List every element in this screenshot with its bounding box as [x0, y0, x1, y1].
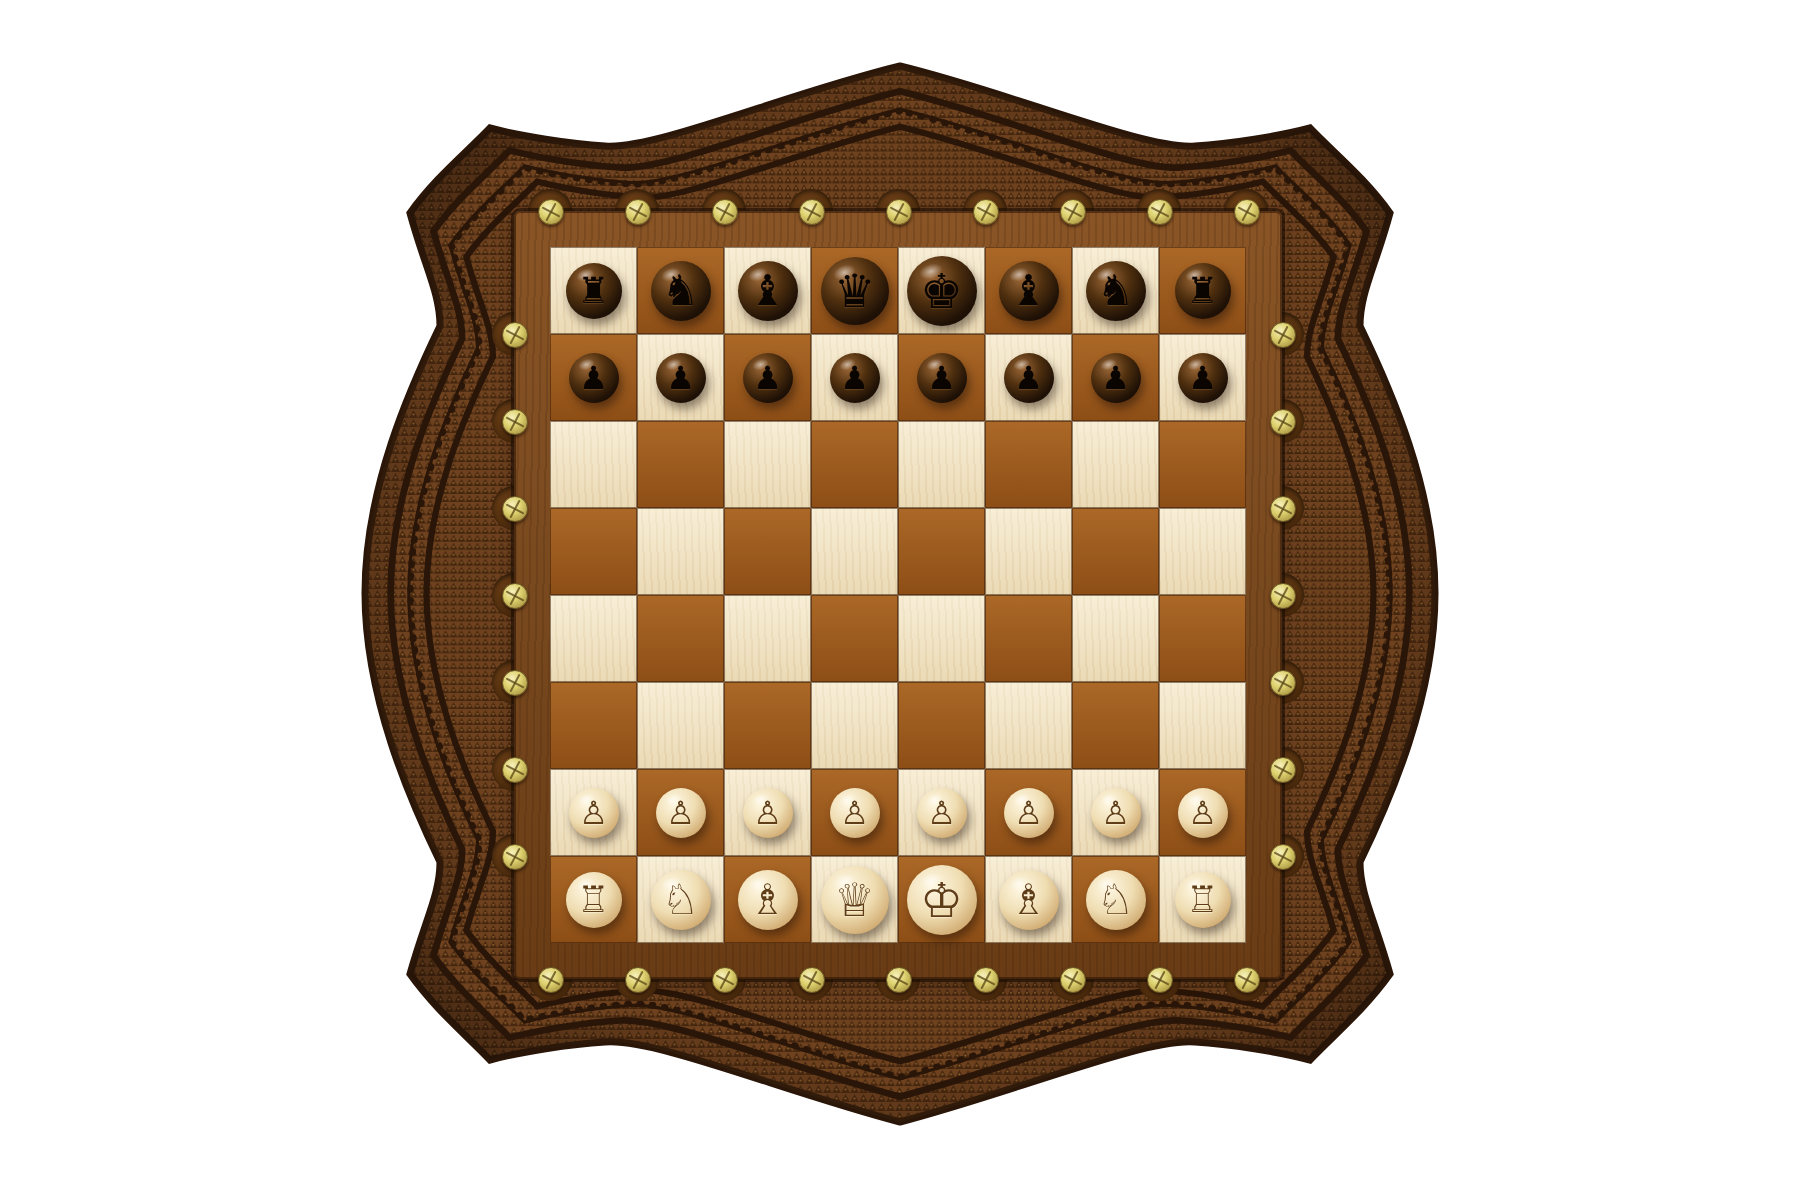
piece-black-pawn[interactable]: ♟ [1004, 353, 1054, 403]
square-a3[interactable] [550, 682, 637, 769]
brass-screw [712, 967, 738, 993]
square-d1[interactable]: ♕ [811, 856, 898, 943]
piece-black-queen[interactable]: ♛ [821, 257, 889, 325]
square-e8[interactable]: ♚ [898, 247, 985, 334]
board-grid: ♜♞♝♛♚♝♞♜♟♟♟♟♟♟♟♟♙♙♙♙♙♙♙♙♖♘♗♕♔♗♘♖ [550, 247, 1246, 943]
piece-white-pawn[interactable]: ♙ [1091, 788, 1141, 838]
pawn-glyph: ♙ [666, 797, 695, 829]
brass-screw [799, 967, 825, 993]
square-d5[interactable] [811, 508, 898, 595]
brass-screw [1147, 199, 1173, 225]
piece-white-bishop[interactable]: ♗ [999, 870, 1059, 930]
king-glyph: ♚ [920, 267, 963, 315]
piece-white-queen[interactable]: ♕ [821, 866, 889, 934]
square-b2[interactable]: ♙ [637, 769, 724, 856]
brass-screw [1270, 844, 1296, 870]
piece-white-pawn[interactable]: ♙ [656, 788, 706, 838]
brass-screw [973, 199, 999, 225]
square-d8[interactable]: ♛ [811, 247, 898, 334]
square-e1[interactable]: ♔ [898, 856, 985, 943]
square-h5[interactable] [1159, 508, 1246, 595]
square-h2[interactable]: ♙ [1159, 769, 1246, 856]
square-d2[interactable]: ♙ [811, 769, 898, 856]
brass-screw [502, 322, 528, 348]
pawn-glyph: ♟ [579, 362, 608, 394]
square-h7[interactable]: ♟ [1159, 334, 1246, 421]
brass-screw [1270, 757, 1296, 783]
square-f1[interactable]: ♗ [985, 856, 1072, 943]
piece-white-rook[interactable]: ♖ [1175, 872, 1231, 928]
piece-white-knight[interactable]: ♘ [1086, 870, 1146, 930]
square-b5[interactable] [637, 508, 724, 595]
piece-white-knight[interactable]: ♘ [651, 870, 711, 930]
brass-screw [502, 670, 528, 696]
piece-black-knight[interactable]: ♞ [651, 261, 711, 321]
brass-screw [1270, 322, 1296, 348]
bishop-glyph: ♗ [749, 879, 787, 921]
brass-screw [886, 199, 912, 225]
pawn-glyph: ♟ [840, 362, 869, 394]
square-d7[interactable]: ♟ [811, 334, 898, 421]
square-d3[interactable] [811, 682, 898, 769]
brass-screw [502, 583, 528, 609]
brass-screw [1060, 199, 1086, 225]
brass-screw [502, 844, 528, 870]
rook-glyph: ♜ [1186, 273, 1218, 309]
rook-glyph: ♜ [577, 273, 609, 309]
piece-white-pawn[interactable]: ♙ [569, 788, 619, 838]
square-g5[interactable] [1072, 508, 1159, 595]
pawn-glyph: ♙ [840, 797, 869, 829]
square-a1[interactable]: ♖ [550, 856, 637, 943]
square-e4[interactable] [898, 595, 985, 682]
photo-canvas: ♜♞♝♛♚♝♞♜♟♟♟♟♟♟♟♟♙♙♙♙♙♙♙♙♖♘♗♕♔♗♘♖ [0, 0, 1800, 1200]
square-f2[interactable]: ♙ [985, 769, 1072, 856]
piece-white-pawn[interactable]: ♙ [743, 788, 793, 838]
brass-screw [1147, 967, 1173, 993]
square-d4[interactable] [811, 595, 898, 682]
piece-white-rook[interactable]: ♖ [566, 872, 622, 928]
piece-black-pawn[interactable]: ♟ [1091, 353, 1141, 403]
brass-screw [886, 967, 912, 993]
square-a6[interactable] [550, 421, 637, 508]
square-e5[interactable] [898, 508, 985, 595]
square-a8[interactable]: ♜ [550, 247, 637, 334]
brass-screw [1270, 670, 1296, 696]
square-c6[interactable] [724, 421, 811, 508]
square-b4[interactable] [637, 595, 724, 682]
bishop-glyph: ♝ [749, 270, 787, 312]
square-e7[interactable]: ♟ [898, 334, 985, 421]
square-c8[interactable]: ♝ [724, 247, 811, 334]
chess-board: ♜♞♝♛♚♝♞♜♟♟♟♟♟♟♟♟♙♙♙♙♙♙♙♙♖♘♗♕♔♗♘♖ [355, 58, 1445, 1130]
square-h8[interactable]: ♜ [1159, 247, 1246, 334]
square-g4[interactable] [1072, 595, 1159, 682]
square-a2[interactable]: ♙ [550, 769, 637, 856]
square-g1[interactable]: ♘ [1072, 856, 1159, 943]
piece-black-pawn[interactable]: ♟ [1178, 353, 1228, 403]
knight-glyph: ♘ [1097, 879, 1135, 921]
piece-black-bishop[interactable]: ♝ [999, 261, 1059, 321]
pawn-glyph: ♙ [1101, 797, 1130, 829]
rook-glyph: ♖ [1186, 882, 1218, 918]
square-f8[interactable]: ♝ [985, 247, 1072, 334]
pawn-glyph: ♟ [753, 362, 782, 394]
pawn-glyph: ♟ [927, 362, 956, 394]
piece-black-pawn[interactable]: ♟ [917, 353, 967, 403]
bishop-glyph: ♝ [1010, 270, 1048, 312]
square-g8[interactable]: ♞ [1072, 247, 1159, 334]
brass-screw [799, 199, 825, 225]
brass-screw [1060, 967, 1086, 993]
brass-screw [1270, 409, 1296, 435]
brass-screw [1270, 583, 1296, 609]
piece-white-pawn[interactable]: ♙ [917, 788, 967, 838]
piece-black-rook[interactable]: ♜ [1175, 263, 1231, 319]
knight-glyph: ♞ [662, 270, 700, 312]
brass-screw [502, 496, 528, 522]
brass-screw [625, 967, 651, 993]
piece-black-pawn[interactable]: ♟ [656, 353, 706, 403]
brass-screw [502, 409, 528, 435]
pawn-glyph: ♙ [753, 797, 782, 829]
knight-glyph: ♞ [1097, 270, 1135, 312]
queen-glyph: ♛ [834, 268, 875, 314]
brass-screw [1270, 496, 1296, 522]
square-b3[interactable] [637, 682, 724, 769]
brass-screw [1234, 967, 1260, 993]
square-c1[interactable]: ♗ [724, 856, 811, 943]
square-a5[interactable] [550, 508, 637, 595]
brass-screw [973, 967, 999, 993]
square-b7[interactable]: ♟ [637, 334, 724, 421]
brass-screw [1234, 199, 1260, 225]
square-b6[interactable] [637, 421, 724, 508]
piece-black-pawn[interactable]: ♟ [569, 353, 619, 403]
pawn-glyph: ♙ [1014, 797, 1043, 829]
brass-screw [625, 199, 651, 225]
square-f6[interactable] [985, 421, 1072, 508]
piece-white-pawn[interactable]: ♙ [1178, 788, 1228, 838]
square-g6[interactable] [1072, 421, 1159, 508]
piece-black-knight[interactable]: ♞ [1086, 261, 1146, 321]
square-f7[interactable]: ♟ [985, 334, 1072, 421]
square-h6[interactable] [1159, 421, 1246, 508]
pawn-glyph: ♟ [1014, 362, 1043, 394]
piece-black-bishop[interactable]: ♝ [738, 261, 798, 321]
piece-white-bishop[interactable]: ♗ [738, 870, 798, 930]
square-c2[interactable]: ♙ [724, 769, 811, 856]
piece-black-king[interactable]: ♚ [907, 256, 977, 326]
piece-white-king[interactable]: ♔ [907, 865, 977, 935]
knight-glyph: ♘ [662, 879, 700, 921]
piece-black-pawn[interactable]: ♟ [743, 353, 793, 403]
king-glyph: ♔ [920, 876, 963, 924]
pawn-glyph: ♙ [1188, 797, 1217, 829]
rook-glyph: ♖ [577, 882, 609, 918]
square-h1[interactable]: ♖ [1159, 856, 1246, 943]
bishop-glyph: ♗ [1010, 879, 1048, 921]
piece-white-pawn[interactable]: ♙ [1004, 788, 1054, 838]
square-a7[interactable]: ♟ [550, 334, 637, 421]
pawn-glyph: ♟ [666, 362, 695, 394]
square-g3[interactable] [1072, 682, 1159, 769]
square-g7[interactable]: ♟ [1072, 334, 1159, 421]
piece-white-pawn[interactable]: ♙ [830, 788, 880, 838]
pawn-glyph: ♙ [927, 797, 956, 829]
square-f3[interactable] [985, 682, 1072, 769]
square-d6[interactable] [811, 421, 898, 508]
brass-screw [538, 199, 564, 225]
brass-screw [502, 757, 528, 783]
brass-screw [538, 967, 564, 993]
square-c7[interactable]: ♟ [724, 334, 811, 421]
square-e6[interactable] [898, 421, 985, 508]
square-e2[interactable]: ♙ [898, 769, 985, 856]
brass-screw [712, 199, 738, 225]
square-c4[interactable] [724, 595, 811, 682]
pawn-glyph: ♙ [579, 797, 608, 829]
square-e3[interactable] [898, 682, 985, 769]
pawn-glyph: ♟ [1188, 362, 1217, 394]
square-b1[interactable]: ♘ [637, 856, 724, 943]
square-b8[interactable]: ♞ [637, 247, 724, 334]
queen-glyph: ♕ [834, 877, 875, 923]
piece-black-pawn[interactable]: ♟ [830, 353, 880, 403]
square-g2[interactable]: ♙ [1072, 769, 1159, 856]
square-a4[interactable] [550, 595, 637, 682]
square-f4[interactable] [985, 595, 1072, 682]
square-c5[interactable] [724, 508, 811, 595]
pawn-glyph: ♟ [1101, 362, 1130, 394]
piece-black-rook[interactable]: ♜ [566, 263, 622, 319]
square-c3[interactable] [724, 682, 811, 769]
square-h3[interactable] [1159, 682, 1246, 769]
square-f5[interactable] [985, 508, 1072, 595]
square-h4[interactable] [1159, 595, 1246, 682]
